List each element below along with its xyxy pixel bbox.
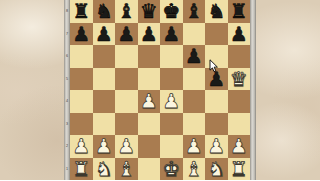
square-e8[interactable]: ♚ — [160, 0, 183, 23]
square-h7[interactable]: ♟ — [228, 23, 251, 46]
square-c1[interactable]: ♝ — [115, 158, 138, 181]
square-d4[interactable]: ♟ — [138, 90, 161, 113]
black-rook[interactable]: ♜ — [72, 0, 90, 23]
white-rook[interactable]: ♜ — [230, 158, 248, 181]
black-pawn[interactable]: ♟ — [140, 23, 158, 46]
square-b7[interactable]: ♟ — [93, 23, 116, 46]
white-rook[interactable]: ♜ — [72, 158, 90, 181]
rank-label: 2 — [66, 141, 69, 151]
square-g8[interactable]: ♞ — [205, 0, 228, 23]
square-g3[interactable] — [205, 113, 228, 136]
square-h6[interactable] — [228, 45, 251, 68]
square-a1[interactable]: ♜ — [70, 158, 93, 181]
black-bishop[interactable]: ♝ — [185, 0, 203, 23]
square-h1[interactable]: ♜ — [228, 158, 251, 181]
square-a8[interactable]: ♜ — [70, 0, 93, 23]
square-g4[interactable] — [205, 90, 228, 113]
rank-label: 1 — [66, 164, 69, 174]
square-b4[interactable] — [93, 90, 116, 113]
square-f7[interactable] — [183, 23, 206, 46]
square-h4[interactable] — [228, 90, 251, 113]
square-c4[interactable] — [115, 90, 138, 113]
square-f8[interactable]: ♝ — [183, 0, 206, 23]
square-b5[interactable] — [93, 68, 116, 91]
white-pawn[interactable]: ♟ — [230, 135, 248, 158]
square-f2[interactable]: ♟ — [183, 135, 206, 158]
black-bishop[interactable]: ♝ — [117, 0, 135, 23]
rank-label: 5 — [66, 74, 69, 84]
square-g2[interactable]: ♟ — [205, 135, 228, 158]
rank-label: 8 — [66, 6, 69, 16]
square-a5[interactable] — [70, 68, 93, 91]
square-g1[interactable]: ♞ — [205, 158, 228, 181]
white-queen[interactable]: ♛ — [230, 68, 248, 91]
black-pawn[interactable]: ♟ — [117, 23, 135, 46]
square-b2[interactable]: ♟ — [93, 135, 116, 158]
white-pawn[interactable]: ♟ — [207, 135, 225, 158]
square-f3[interactable] — [183, 113, 206, 136]
rank-label: 7 — [66, 29, 69, 39]
square-d8[interactable]: ♛ — [138, 0, 161, 23]
square-b6[interactable] — [93, 45, 116, 68]
square-c3[interactable] — [115, 113, 138, 136]
mouse-cursor-icon — [209, 59, 219, 73]
white-pawn[interactable]: ♟ — [185, 135, 203, 158]
square-c6[interactable] — [115, 45, 138, 68]
white-pawn[interactable]: ♟ — [95, 135, 113, 158]
black-pawn[interactable]: ♟ — [162, 23, 180, 46]
square-c2[interactable]: ♟ — [115, 135, 138, 158]
square-e5[interactable] — [160, 68, 183, 91]
black-pawn[interactable]: ♟ — [72, 23, 90, 46]
square-e1[interactable]: ♚ — [160, 158, 183, 181]
rank-label: 3 — [66, 119, 69, 129]
square-d2[interactable] — [138, 135, 161, 158]
square-a7[interactable]: ♟ — [70, 23, 93, 46]
chess-board: ♜♞♝♛♚♝♞♜♟♟♟♟♟♟♟♟♛♟♟♟♟♟♟♟♟♜♞♝♚♝♞♜ — [70, 0, 250, 180]
square-c5[interactable] — [115, 68, 138, 91]
square-h3[interactable] — [228, 113, 251, 136]
board-frame-right — [250, 0, 256, 180]
square-d1[interactable] — [138, 158, 161, 181]
black-knight[interactable]: ♞ — [95, 0, 113, 23]
square-b1[interactable]: ♞ — [93, 158, 116, 181]
square-f1[interactable]: ♝ — [183, 158, 206, 181]
white-bishop[interactable]: ♝ — [185, 158, 203, 181]
rank-label: 4 — [66, 96, 69, 106]
black-knight[interactable]: ♞ — [207, 0, 225, 23]
white-pawn[interactable]: ♟ — [72, 135, 90, 158]
square-b8[interactable]: ♞ — [93, 0, 116, 23]
rank-label: 6 — [66, 51, 69, 61]
square-e6[interactable] — [160, 45, 183, 68]
square-a6[interactable] — [70, 45, 93, 68]
black-pawn[interactable]: ♟ — [95, 23, 113, 46]
white-pawn[interactable]: ♟ — [162, 90, 180, 113]
square-e2[interactable] — [160, 135, 183, 158]
square-d6[interactable] — [138, 45, 161, 68]
black-queen[interactable]: ♛ — [140, 0, 158, 23]
white-pawn[interactable]: ♟ — [117, 135, 135, 158]
black-pawn[interactable]: ♟ — [230, 23, 248, 46]
square-f4[interactable] — [183, 90, 206, 113]
square-h8[interactable]: ♜ — [228, 0, 251, 23]
black-pawn[interactable]: ♟ — [185, 45, 203, 68]
square-d3[interactable] — [138, 113, 161, 136]
white-pawn[interactable]: ♟ — [140, 90, 158, 113]
video-frame: 87654321 ♜♞♝♛♚♝♞♜♟♟♟♟♟♟♟♟♛♟♟♟♟♟♟♟♟♜♞♝♚♝♞… — [0, 0, 320, 180]
square-b3[interactable] — [93, 113, 116, 136]
square-h2[interactable]: ♟ — [228, 135, 251, 158]
square-h5[interactable]: ♛ — [228, 68, 251, 91]
black-king[interactable]: ♚ — [162, 0, 180, 23]
white-knight[interactable]: ♞ — [207, 158, 225, 181]
square-e3[interactable] — [160, 113, 183, 136]
white-king[interactable]: ♚ — [162, 158, 180, 181]
square-c7[interactable]: ♟ — [115, 23, 138, 46]
square-a4[interactable] — [70, 90, 93, 113]
square-a3[interactable] — [70, 113, 93, 136]
white-knight[interactable]: ♞ — [95, 158, 113, 181]
square-e4[interactable]: ♟ — [160, 90, 183, 113]
square-c8[interactable]: ♝ — [115, 0, 138, 23]
square-f6[interactable]: ♟ — [183, 45, 206, 68]
square-e7[interactable]: ♟ — [160, 23, 183, 46]
black-rook[interactable]: ♜ — [230, 0, 248, 23]
square-d7[interactable]: ♟ — [138, 23, 161, 46]
square-d5[interactable] — [138, 68, 161, 91]
white-bishop[interactable]: ♝ — [117, 158, 135, 181]
square-g7[interactable] — [205, 23, 228, 46]
square-a2[interactable]: ♟ — [70, 135, 93, 158]
square-f5[interactable] — [183, 68, 206, 91]
